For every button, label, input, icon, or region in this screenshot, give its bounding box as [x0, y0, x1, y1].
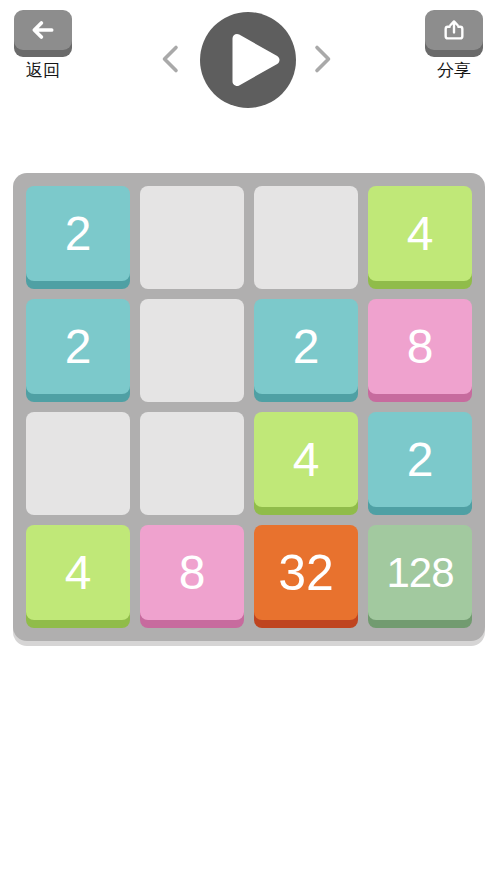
header: 返回 分享: [0, 0, 497, 115]
game-board[interactable]: 24228424832128: [13, 173, 485, 641]
tile-r1c2: [140, 186, 244, 289]
play-icon: [200, 12, 296, 108]
tile-r3c4: 2: [368, 412, 472, 507]
tile-r2c2: [140, 299, 244, 402]
tile-r4c2: 8: [140, 525, 244, 620]
back-button[interactable]: 返回: [13, 10, 73, 81]
share-label: 分享: [424, 61, 484, 81]
tile-value: 128: [386, 549, 453, 597]
tile-r2c3: 2: [254, 299, 358, 394]
play-button[interactable]: [200, 12, 296, 108]
back-keycap[interactable]: [14, 10, 72, 50]
tile-value: 2: [65, 319, 92, 374]
tile-value: 4: [65, 545, 92, 600]
tile-value: 4: [407, 206, 434, 261]
back-arrow-icon: [30, 17, 56, 43]
tile-r2c1: 2: [26, 299, 130, 394]
tile-value: 4: [293, 432, 320, 487]
next-move-chevron-icon[interactable]: [312, 44, 334, 74]
tile-r1c3: [254, 186, 358, 289]
tile-value: 8: [407, 319, 434, 374]
tile-r2c4: 8: [368, 299, 472, 394]
tile-value: 8: [179, 545, 206, 600]
tile-r3c1: [26, 412, 130, 515]
tile-r1c4: 4: [368, 186, 472, 281]
tile-value: 32: [278, 544, 334, 602]
previous-move-chevron-icon[interactable]: [159, 44, 181, 74]
back-label: 返回: [13, 61, 73, 81]
tile-value: 2: [293, 319, 320, 374]
share-icon: [441, 17, 467, 43]
tile-r3c3: 4: [254, 412, 358, 507]
tile-r3c2: [140, 412, 244, 515]
share-button[interactable]: 分享: [424, 10, 484, 81]
tile-value: 2: [407, 432, 434, 487]
tile-r4c1: 4: [26, 525, 130, 620]
tile-r1c1: 2: [26, 186, 130, 281]
tile-r4c4: 128: [368, 525, 472, 620]
tile-r4c3: 32: [254, 525, 358, 620]
tile-value: 2: [65, 206, 92, 261]
share-keycap[interactable]: [425, 10, 483, 50]
